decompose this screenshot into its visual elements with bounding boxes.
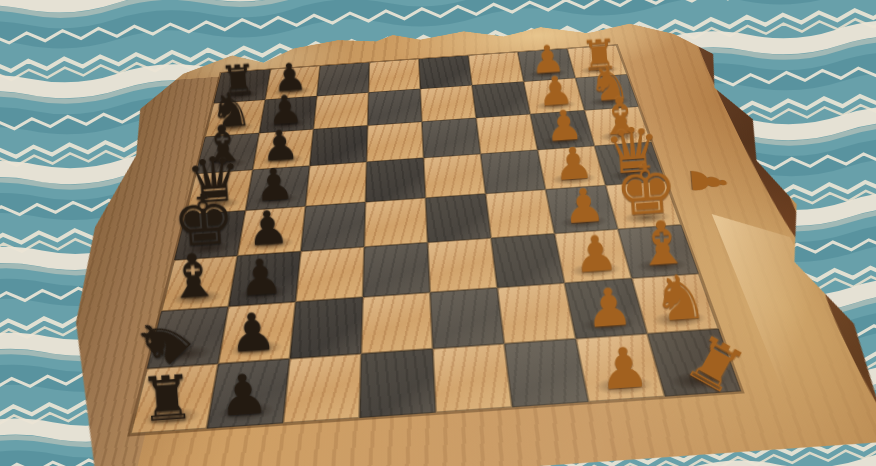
anchor-c8: ♝: [196, 133, 259, 174]
piece-white-pawn-a2[interactable]: ♟: [530, 40, 567, 80]
square-d7[interactable]: [245, 166, 309, 211]
anchor-d8: ♛: [185, 170, 252, 215]
square-e3[interactable]: [485, 190, 554, 239]
square-a2[interactable]: [518, 49, 576, 82]
square-b2[interactable]: [524, 78, 585, 114]
square-h6[interactable]: [283, 354, 361, 424]
piece-shadow: [203, 157, 249, 171]
square-g3[interactable]: [497, 283, 576, 344]
square-h3[interactable]: [504, 339, 588, 408]
square-f4[interactable]: [428, 238, 498, 292]
square-c8[interactable]: [196, 133, 259, 174]
piece-black-pawn-d7[interactable]: ♟: [253, 161, 295, 208]
square-a3[interactable]: [468, 52, 523, 85]
square-g5[interactable]: [361, 292, 433, 353]
piece-white-pawn-b2[interactable]: ♟: [536, 70, 574, 112]
square-b6[interactable]: [313, 92, 368, 129]
square-d2[interactable]: [537, 146, 605, 190]
anchor-b1: ♞: [575, 74, 638, 110]
square-f7[interactable]: [228, 251, 300, 306]
piece-shadow: [212, 121, 255, 134]
square-g7[interactable]: [218, 302, 295, 364]
square-g6[interactable]: [290, 297, 363, 359]
square-b8[interactable]: [205, 100, 265, 137]
anchor-b7: ♟: [259, 96, 317, 133]
anchor-c7: ♟: [253, 129, 314, 170]
piece-black-pawn-a7[interactable]: ♟: [272, 58, 309, 98]
square-b5[interactable]: [368, 89, 422, 126]
camera-tilt: ♜♞♝♛♚♝♞♜♟♟♟♟♟♟♟♟♟♟♟♟♟♟♟♟♜♞♝♛♚♝♞♜♟: [0, 0, 876, 466]
anchor-a7: ♟: [265, 66, 320, 100]
anchor-a1: ♜: [567, 45, 627, 78]
square-g1[interactable]: [632, 274, 719, 334]
square-h1[interactable]: [647, 329, 741, 397]
square-c3[interactable]: [476, 114, 537, 154]
square-e1[interactable]: [606, 181, 682, 229]
square-c4[interactable]: [422, 118, 481, 158]
square-c6[interactable]: [310, 125, 368, 165]
square-c2[interactable]: [530, 110, 594, 150]
piece-black-rook-a8[interactable]: ♜: [218, 58, 258, 102]
piece-shadow: [527, 68, 568, 79]
square-h5[interactable]: [359, 349, 435, 418]
square-f8[interactable]: [161, 256, 237, 311]
square-e6[interactable]: [301, 202, 366, 251]
piece-white-pawn-d2[interactable]: ♟: [552, 141, 594, 188]
square-f6[interactable]: [296, 247, 365, 302]
square-h7[interactable]: [207, 359, 290, 429]
square-a6[interactable]: [317, 62, 370, 96]
square-d3[interactable]: [481, 150, 546, 194]
square-a5[interactable]: [369, 59, 421, 93]
square-e7[interactable]: [237, 206, 305, 255]
piece-shadow: [541, 133, 587, 146]
bark-edge-right: [686, 26, 818, 246]
board-slab: [0, 14, 876, 466]
square-a1[interactable]: [567, 45, 627, 78]
piece-black-bishop-c8[interactable]: ♝: [198, 118, 247, 172]
piece-shadow: [260, 153, 305, 167]
square-b7[interactable]: [259, 96, 317, 133]
anchor-d2: ♟: [537, 146, 605, 190]
square-b4[interactable]: [420, 85, 476, 121]
piece-shadow: [266, 118, 309, 131]
square-g4[interactable]: [430, 288, 504, 349]
square-c7[interactable]: [253, 129, 314, 170]
piece-shadow: [578, 64, 620, 75]
piece-shadow: [549, 172, 597, 187]
anchor-a8: ♜: [213, 69, 270, 103]
square-d6[interactable]: [305, 162, 366, 206]
square-d5[interactable]: [365, 158, 425, 202]
piece-shadow: [220, 89, 261, 101]
square-c1[interactable]: [584, 107, 651, 146]
piece-shadow: [193, 196, 241, 211]
anchor-b2: ♟: [524, 78, 585, 114]
anchor-c2: ♟: [530, 110, 594, 150]
square-d4[interactable]: [424, 154, 486, 198]
piece-white-pawn-c2[interactable]: ♟: [544, 104, 584, 148]
piece-black-queen-d8[interactable]: ♛: [184, 147, 244, 213]
piece-white-bishop-c1[interactable]: ♝: [596, 90, 645, 144]
piece-black-pawn-c7[interactable]: ♟: [260, 123, 300, 167]
board-scene: ♜♞♝♛♚♝♞♜♟♟♟♟♟♟♟♟♟♟♟♟♟♟♟♟♜♞♝♛♚♝♞♜♟: [0, 0, 876, 466]
piece-shadow: [272, 86, 313, 98]
square-f3[interactable]: [491, 234, 564, 288]
anchor-b8: ♞: [205, 100, 265, 137]
anchor-c1: ♝: [584, 107, 651, 146]
square-c5[interactable]: [367, 122, 424, 162]
square-a7[interactable]: [265, 66, 320, 100]
anchor-d1: ♛: [594, 142, 665, 185]
chess-grid: [130, 45, 741, 434]
square-h4[interactable]: [433, 344, 512, 413]
piece-black-pawn-b7[interactable]: ♟: [266, 89, 304, 131]
piece-shadow: [597, 130, 644, 143]
piece-shadow: [608, 167, 657, 182]
piece-white-queen-d1[interactable]: ♛: [603, 118, 663, 184]
square-d1[interactable]: [594, 142, 665, 185]
piece-shadow: [587, 95, 631, 107]
square-a4[interactable]: [419, 55, 472, 88]
square-e8[interactable]: [174, 210, 245, 260]
piece-white-rook-a1[interactable]: ♜: [579, 33, 619, 77]
square-e4[interactable]: [425, 194, 491, 243]
anchor-d7: ♟: [245, 166, 309, 211]
square-e5[interactable]: [364, 198, 427, 247]
anchor-a2: ♟: [518, 49, 576, 82]
square-a8[interactable]: [213, 69, 270, 103]
piece-black-knight-b8[interactable]: ♞: [208, 85, 253, 135]
square-f1[interactable]: [618, 225, 699, 279]
piece-shadow: [534, 99, 577, 111]
square-d8[interactable]: [185, 170, 252, 215]
square-f5[interactable]: [363, 242, 430, 297]
square-g8[interactable]: [147, 307, 229, 369]
piece-shadow: [253, 192, 300, 207]
square-b3[interactable]: [472, 82, 530, 118]
square-b1[interactable]: [575, 74, 638, 110]
piece-white-knight-b1[interactable]: ♞: [587, 59, 632, 109]
